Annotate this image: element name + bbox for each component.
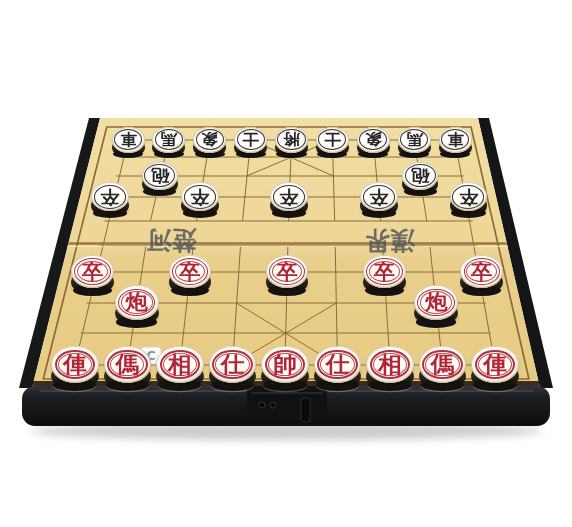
piece-black-象-f3r0[interactable]: 象 (193, 127, 226, 159)
piece-character: 相 (366, 347, 413, 381)
piece-face: 馬 (398, 127, 431, 153)
piece-black-象-f7r0[interactable]: 象 (357, 127, 390, 159)
piece-red-相-f7r9[interactable]: 相 (366, 346, 413, 392)
piece-face: 卒 (181, 182, 219, 211)
piece-character: 卒 (91, 183, 129, 210)
piece-face: 將 (275, 127, 308, 153)
piece-character: 象 (193, 128, 226, 152)
piece-black-砲-f8r2[interactable]: 砲 (402, 162, 438, 197)
piece-face: 象 (357, 127, 390, 153)
piece-face: 卒 (266, 255, 309, 288)
piece-face: 士 (234, 127, 267, 153)
piece-character: 車 (439, 128, 472, 152)
piece-character: 卒 (460, 256, 503, 286)
piece-character: 炮 (414, 286, 458, 318)
piece-character: 炮 (115, 286, 159, 318)
pieces-layer: 車 馬 象 士 將 士 象 馬 車 砲 砲 卒 卒 卒 卒 卒 卒 卒 卒 卒 … (0, 0, 572, 527)
piece-character: 仕 (314, 347, 361, 381)
piece-character: 士 (234, 128, 267, 152)
piece-face: 車 (439, 127, 472, 153)
piece-black-卒-f7r3[interactable]: 卒 (360, 182, 398, 218)
piece-character: 俥 (471, 347, 518, 381)
piece-red-仕-f6r9[interactable]: 仕 (314, 346, 361, 392)
piece-red-俥-f9r9[interactable]: 俥 (471, 346, 518, 392)
piece-black-卒-f3r3[interactable]: 卒 (181, 182, 219, 218)
piece-character: 卒 (360, 183, 398, 210)
piece-black-卒-f9r3[interactable]: 卒 (450, 182, 488, 218)
piece-face: 士 (316, 127, 349, 153)
piece-black-士-f4r0[interactable]: 士 (234, 127, 267, 159)
piece-face: 車 (112, 127, 145, 153)
piece-character: 傌 (104, 347, 151, 381)
piece-face: 仕 (314, 346, 361, 383)
piece-face: 砲 (142, 162, 178, 190)
piece-character: 卒 (181, 183, 219, 210)
piece-character: 卒 (266, 256, 309, 286)
piece-face: 卒 (460, 255, 503, 288)
piece-red-仕-f4r9[interactable]: 仕 (209, 346, 256, 392)
piece-character: 馬 (152, 128, 185, 152)
piece-face: 砲 (402, 162, 438, 190)
piece-face: 卒 (71, 255, 114, 288)
piece-face: 帥 (261, 346, 308, 383)
piece-face: 卒 (363, 255, 406, 288)
piece-character: 士 (316, 128, 349, 152)
piece-character: 卒 (363, 256, 406, 286)
piece-red-炮-f2r7[interactable]: 炮 (115, 285, 159, 327)
piece-character: 相 (156, 347, 203, 381)
product-photo: 楚河漢界 C 車 馬 象 士 將 士 象 馬 車 砲 砲 卒 卒 卒 卒 卒 卒… (0, 0, 572, 527)
piece-red-俥-f1r9[interactable]: 俥 (51, 346, 98, 392)
piece-face: 卒 (169, 255, 212, 288)
piece-character: 卒 (71, 256, 114, 286)
piece-character: 象 (357, 128, 390, 152)
piece-character: 俥 (51, 347, 98, 381)
piece-red-卒-f5r6[interactable]: 卒 (266, 255, 309, 296)
piece-red-卒-f3r6[interactable]: 卒 (169, 255, 212, 296)
piece-character: 帥 (261, 347, 308, 381)
piece-face: 仕 (209, 346, 256, 383)
piece-character: 卒 (270, 183, 308, 210)
piece-face: 卒 (450, 182, 488, 211)
piece-red-卒-f7r6[interactable]: 卒 (363, 255, 406, 296)
piece-face: 俥 (51, 346, 98, 383)
piece-character: 馬 (398, 128, 431, 152)
piece-red-相-f3r9[interactable]: 相 (156, 346, 203, 392)
piece-red-傌-f2r9[interactable]: 傌 (104, 346, 151, 392)
piece-black-砲-f2r2[interactable]: 砲 (142, 162, 178, 197)
piece-character: 卒 (450, 183, 488, 210)
piece-character: 將 (275, 128, 308, 152)
piece-character: 卒 (169, 256, 212, 286)
piece-face: 相 (366, 346, 413, 383)
piece-face: 炮 (414, 285, 458, 319)
piece-black-車-f1r0[interactable]: 車 (112, 127, 145, 159)
piece-black-馬-f2r0[interactable]: 馬 (152, 127, 185, 159)
piece-red-卒-f9r6[interactable]: 卒 (460, 255, 503, 296)
piece-face: 傌 (104, 346, 151, 383)
piece-face: 卒 (360, 182, 398, 211)
piece-face: 象 (193, 127, 226, 153)
piece-face: 俥 (471, 346, 518, 383)
piece-face: 卒 (91, 182, 129, 211)
piece-character: 傌 (419, 347, 466, 381)
piece-black-將-f5r0[interactable]: 將 (275, 127, 308, 159)
piece-red-炮-f8r7[interactable]: 炮 (414, 285, 458, 327)
piece-face: 馬 (152, 127, 185, 153)
piece-character: 車 (112, 128, 145, 152)
piece-black-卒-f1r3[interactable]: 卒 (91, 182, 129, 218)
piece-black-卒-f5r3[interactable]: 卒 (270, 182, 308, 218)
piece-face: 傌 (419, 346, 466, 383)
piece-character: 砲 (142, 162, 178, 188)
piece-face: 炮 (115, 285, 159, 319)
piece-red-帥-f5r9[interactable]: 帥 (261, 346, 308, 392)
piece-black-馬-f8r0[interactable]: 馬 (398, 127, 431, 159)
piece-character: 仕 (209, 347, 256, 381)
piece-face: 卒 (270, 182, 308, 211)
piece-character: 砲 (402, 162, 438, 188)
piece-black-車-f9r0[interactable]: 車 (439, 127, 472, 159)
piece-face: 相 (156, 346, 203, 383)
piece-red-傌-f8r9[interactable]: 傌 (419, 346, 466, 392)
piece-red-卒-f1r6[interactable]: 卒 (71, 255, 114, 296)
piece-black-士-f6r0[interactable]: 士 (316, 127, 349, 159)
